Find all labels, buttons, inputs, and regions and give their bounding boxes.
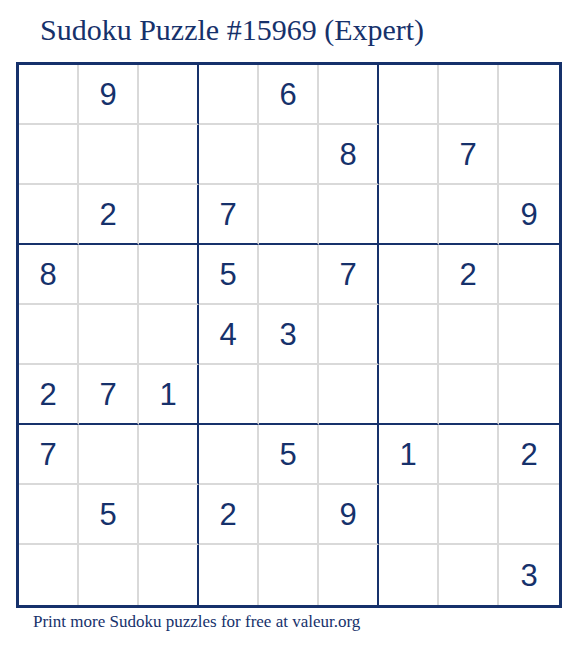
cell-r7c6 bbox=[319, 425, 379, 485]
cell-r9c3 bbox=[139, 545, 199, 605]
cell-r2c1 bbox=[19, 125, 79, 185]
cell-r1c9 bbox=[499, 65, 559, 125]
cell-r2c5 bbox=[259, 125, 319, 185]
sudoku-page: Sudoku Puzzle #15969 (Expert) 9687279857… bbox=[0, 0, 580, 651]
cell-r6c3: 1 bbox=[139, 365, 199, 425]
cell-r1c1 bbox=[19, 65, 79, 125]
cell-r9c2 bbox=[79, 545, 139, 605]
cell-r5c2 bbox=[79, 305, 139, 365]
cell-r7c9: 2 bbox=[499, 425, 559, 485]
cell-r9c8 bbox=[439, 545, 499, 605]
cell-r4c6: 7 bbox=[319, 245, 379, 305]
cell-r5c9 bbox=[499, 305, 559, 365]
cell-r8c5 bbox=[259, 485, 319, 545]
cell-r1c5: 6 bbox=[259, 65, 319, 125]
cell-r7c2 bbox=[79, 425, 139, 485]
page-title: Sudoku Puzzle #15969 (Expert) bbox=[40, 13, 424, 47]
cell-r1c8 bbox=[439, 65, 499, 125]
cell-r2c4 bbox=[199, 125, 259, 185]
cell-r8c4: 2 bbox=[199, 485, 259, 545]
cell-r7c8 bbox=[439, 425, 499, 485]
cell-r2c2 bbox=[79, 125, 139, 185]
cell-r4c5 bbox=[259, 245, 319, 305]
cell-r3c7 bbox=[379, 185, 439, 245]
cell-r3c3 bbox=[139, 185, 199, 245]
cell-r6c2: 7 bbox=[79, 365, 139, 425]
cell-r8c6: 9 bbox=[319, 485, 379, 545]
cell-r3c9: 9 bbox=[499, 185, 559, 245]
cell-r3c1 bbox=[19, 185, 79, 245]
cell-r8c2: 5 bbox=[79, 485, 139, 545]
cell-r5c1 bbox=[19, 305, 79, 365]
cell-r4c3 bbox=[139, 245, 199, 305]
cell-r6c6 bbox=[319, 365, 379, 425]
cell-r6c4 bbox=[199, 365, 259, 425]
cell-r4c4: 5 bbox=[199, 245, 259, 305]
cell-r4c7 bbox=[379, 245, 439, 305]
cell-r1c4 bbox=[199, 65, 259, 125]
cell-r9c6 bbox=[319, 545, 379, 605]
cell-r8c3 bbox=[139, 485, 199, 545]
cell-r9c7 bbox=[379, 545, 439, 605]
cell-r5c5: 3 bbox=[259, 305, 319, 365]
cell-r4c8: 2 bbox=[439, 245, 499, 305]
cell-r2c3 bbox=[139, 125, 199, 185]
cell-r7c7: 1 bbox=[379, 425, 439, 485]
sudoku-board: 968727985724327175125293 bbox=[16, 62, 562, 608]
cell-r3c4: 7 bbox=[199, 185, 259, 245]
cell-r5c8 bbox=[439, 305, 499, 365]
cell-r6c1: 2 bbox=[19, 365, 79, 425]
cell-r3c2: 2 bbox=[79, 185, 139, 245]
cell-r7c5: 5 bbox=[259, 425, 319, 485]
cell-r1c3 bbox=[139, 65, 199, 125]
cell-r7c3 bbox=[139, 425, 199, 485]
cell-r3c6 bbox=[319, 185, 379, 245]
cell-r4c2 bbox=[79, 245, 139, 305]
cell-r8c7 bbox=[379, 485, 439, 545]
cell-r9c1 bbox=[19, 545, 79, 605]
cell-r1c2: 9 bbox=[79, 65, 139, 125]
cell-r2c9 bbox=[499, 125, 559, 185]
cell-r9c9: 3 bbox=[499, 545, 559, 605]
footer-text: Print more Sudoku puzzles for free at va… bbox=[33, 612, 360, 632]
cell-r4c1: 8 bbox=[19, 245, 79, 305]
cell-r9c5 bbox=[259, 545, 319, 605]
cell-r6c7 bbox=[379, 365, 439, 425]
cell-r5c7 bbox=[379, 305, 439, 365]
cell-r6c9 bbox=[499, 365, 559, 425]
cell-r6c8 bbox=[439, 365, 499, 425]
cell-r4c9 bbox=[499, 245, 559, 305]
cell-r5c6 bbox=[319, 305, 379, 365]
cell-r9c4 bbox=[199, 545, 259, 605]
cell-r1c7 bbox=[379, 65, 439, 125]
cell-r2c8: 7 bbox=[439, 125, 499, 185]
cell-r5c4: 4 bbox=[199, 305, 259, 365]
cell-r8c8 bbox=[439, 485, 499, 545]
cell-r5c3 bbox=[139, 305, 199, 365]
cell-r3c8 bbox=[439, 185, 499, 245]
cell-r8c1 bbox=[19, 485, 79, 545]
cell-r7c1: 7 bbox=[19, 425, 79, 485]
cell-r7c4 bbox=[199, 425, 259, 485]
cell-r2c7 bbox=[379, 125, 439, 185]
cell-r2c6: 8 bbox=[319, 125, 379, 185]
cell-r6c5 bbox=[259, 365, 319, 425]
cell-r3c5 bbox=[259, 185, 319, 245]
cell-r1c6 bbox=[319, 65, 379, 125]
cell-r8c9 bbox=[499, 485, 559, 545]
